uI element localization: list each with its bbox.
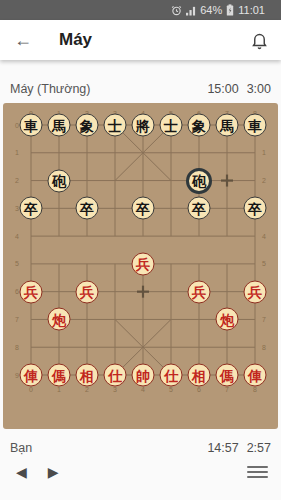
piece-red-6-9[interactable]: 相 [188, 364, 211, 387]
opponent-name: Máy (Thường) [10, 82, 90, 96]
piece-black-0-3[interactable]: 卒 [20, 197, 43, 220]
piece-red-4-5[interactable]: 兵 [132, 252, 155, 275]
piece-red-7-9[interactable]: 傌 [216, 364, 239, 387]
app-bar: ← Máy [0, 20, 281, 60]
menu-line [247, 476, 268, 479]
piece-black-2-0[interactable]: 象 [76, 114, 99, 137]
piece-black-2-3[interactable]: 卒 [76, 197, 99, 220]
piece-red-8-6[interactable]: 兵 [244, 280, 267, 303]
redo-button[interactable]: ▶ [48, 465, 59, 479]
piece-red-0-9[interactable]: 俥 [20, 364, 43, 387]
back-arrow-icon[interactable]: ← [14, 31, 32, 49]
opponent-byo-time: 3:00 [247, 82, 271, 96]
piece-red-1-7[interactable]: 炮 [48, 308, 71, 331]
piece-red-2-9[interactable]: 相 [76, 364, 99, 387]
notification-bell-icon[interactable] [250, 30, 269, 51]
piece-black-4-3[interactable]: 卒 [132, 197, 155, 220]
player-name: Bạn [10, 441, 32, 455]
menu-line [247, 471, 268, 474]
player-clocks: 14:57 2:57 [207, 441, 271, 455]
piece-red-2-6[interactable]: 兵 [76, 280, 99, 303]
piece-black-6-0[interactable]: 象 [188, 114, 211, 137]
piece-red-0-6[interactable]: 兵 [20, 280, 43, 303]
piece-black-7-0[interactable]: 馬 [216, 114, 239, 137]
signal-icon [186, 5, 196, 16]
piece-black-1-2[interactable]: 砲 [48, 169, 71, 192]
piece-red-3-9[interactable]: 仕 [104, 364, 127, 387]
player-main-time: 14:57 [207, 441, 238, 455]
piece-red-4-9[interactable]: 帥 [132, 364, 155, 387]
clock-text: 11:01 [238, 4, 265, 16]
undo-button[interactable]: ◀ [16, 465, 27, 479]
bottom-controls: ◀ ▶ [0, 461, 281, 483]
opponent-row: Máy (Thường) 15:00 3:00 [10, 80, 271, 98]
xiangqi-board[interactable]: 00112233445566778800112233445566778899 車… [3, 103, 278, 429]
piece-black-8-3[interactable]: 卒 [244, 197, 267, 220]
board-pieces-layer: 車馬象士將士象馬車砲砲卒卒卒卒卒兵兵兵兵兵炮炮俥傌相仕帥仕相傌俥 [3, 103, 278, 429]
piece-red-6-6[interactable]: 兵 [188, 280, 211, 303]
move-nav-buttons: ◀ ▶ [0, 465, 59, 479]
page-title: Máy [59, 30, 92, 50]
status-bar: 64% 11:01 [0, 0, 281, 20]
alarm-icon [171, 5, 182, 16]
piece-black-5-0[interactable]: 士 [160, 114, 183, 137]
opponent-clocks: 15:00 3:00 [207, 82, 271, 96]
piece-red-8-9[interactable]: 俥 [244, 364, 267, 387]
piece-black-1-0[interactable]: 馬 [48, 114, 71, 137]
piece-black-6-3[interactable]: 卒 [188, 197, 211, 220]
menu-line [247, 466, 268, 469]
menu-button[interactable] [247, 463, 268, 481]
piece-black-3-0[interactable]: 士 [104, 114, 127, 137]
app-screen: 64% 11:01 ← Máy Máy (Thường) 15:00 3:00 … [0, 0, 281, 500]
opponent-main-time: 15:00 [207, 82, 238, 96]
piece-black-6-2[interactable]: 砲 [186, 168, 212, 194]
piece-red-5-9[interactable]: 仕 [160, 364, 183, 387]
piece-black-8-0[interactable]: 車 [244, 114, 267, 137]
piece-black-0-0[interactable]: 車 [20, 114, 43, 137]
piece-red-1-9[interactable]: 傌 [48, 364, 71, 387]
player-row: Bạn 14:57 2:57 [10, 439, 271, 457]
player-byo-time: 2:57 [247, 441, 271, 455]
piece-red-7-7[interactable]: 炮 [216, 308, 239, 331]
piece-black-4-0[interactable]: 將 [132, 114, 155, 137]
battery-icon [226, 4, 234, 16]
battery-percent: 64% [200, 4, 222, 16]
